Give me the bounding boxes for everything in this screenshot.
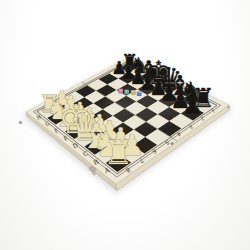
tan-die bbox=[131, 90, 136, 95]
corner-hinge-left bbox=[19, 121, 22, 124]
product-photo: HGFEDCBA87654321♜♞♟♝♟♚♟♛♟♝♟♞♟♟♜♟♟♜♟♟♞♟♝♟… bbox=[0, 0, 250, 250]
black-pawn: ♟ bbox=[182, 92, 203, 120]
teal-die bbox=[124, 90, 129, 95]
latch-ring bbox=[93, 172, 96, 175]
pink-die bbox=[118, 89, 123, 94]
chess-board: HGFEDCBA87654321♜♞♟♝♟♚♟♛♟♝♟♞♟♟♜♟♟♜♟♟♞♟♝♟… bbox=[0, 0, 250, 250]
corner-hinge-right bbox=[227, 106, 230, 109]
white-rook: ♜ bbox=[104, 133, 134, 172]
